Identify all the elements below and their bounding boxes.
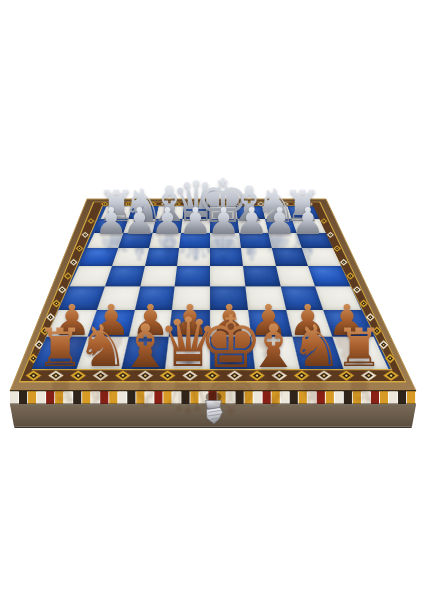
chess-set-photo: ♜♜♞♞♝♝♛♛♚♚♝♝♞♞♜♜♟♟♟♟♟♟♟♟♟♟♟♟♟♟♟♟♟♟♟♟♟♟♟♟… — [0, 0, 424, 600]
piece-copper-rook[interactable]: ♜ — [335, 321, 383, 374]
piece-silver-pawn[interactable]: ♟ — [291, 203, 324, 240]
pieces-layer: ♜♜♞♞♝♝♛♛♚♚♝♝♞♞♜♜♟♟♟♟♟♟♟♟♟♟♟♟♟♟♟♟♟♟♟♟♟♟♟♟… — [0, 0, 424, 600]
